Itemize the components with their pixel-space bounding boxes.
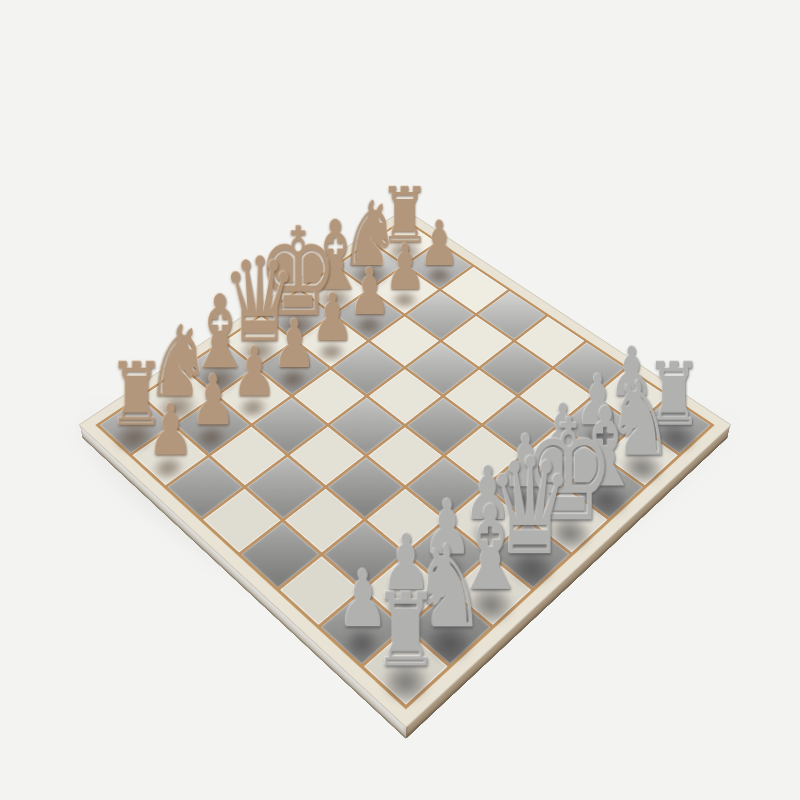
- glyph-char: ♟: [147, 395, 193, 466]
- product-photo-canvas: ♜♞♝♛♚♝♞♜♟♟♟♟♟♟♟♟♟♟♟♟♟♟♟♟♜♞♝♛♚♝♞♜: [0, 0, 800, 800]
- glyph-char: ♜: [373, 580, 439, 681]
- scene-3d: ♜♞♝♛♚♝♞♜♟♟♟♟♟♟♟♟♟♟♟♟♟♟♟♟♜♞♝♛♚♝♞♜: [0, 0, 800, 800]
- chessboard: ♜♞♝♛♚♝♞♜♟♟♟♟♟♟♟♟♟♟♟♟♟♟♟♟♜♞♝♛♚♝♞♜: [80, 209, 731, 726]
- black-pawn-glyph: ♟: [129, 402, 211, 465]
- white-rook-glyph: ♜: [347, 589, 465, 679]
